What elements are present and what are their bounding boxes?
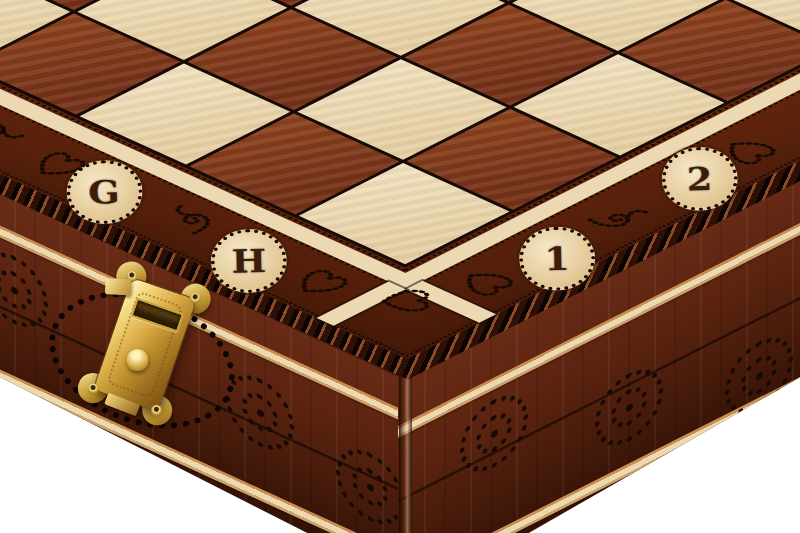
rank-label-text: 2 [687, 163, 713, 196]
scroll-motif [141, 199, 231, 242]
box-corner-edge [399, 372, 412, 533]
file-label-text: H [231, 245, 266, 278]
corner-heart-motif [374, 285, 439, 317]
spiral-motif [336, 437, 404, 533]
scroll-motif [769, 95, 800, 138]
spiral-motif [595, 356, 663, 458]
heart-motif [275, 261, 365, 304]
scroll-motif [0, 112, 38, 155]
rank-label-text: 1 [544, 242, 570, 275]
board-grid [0, 0, 800, 268]
chess-box-photo: G H 1 2 [0, 0, 800, 533]
spiral-motif [226, 363, 294, 462]
latch-hook-tab [105, 278, 132, 295]
spiral-motif [725, 324, 793, 426]
scroll-motif [571, 194, 661, 237]
file-label-text: G [89, 176, 121, 209]
